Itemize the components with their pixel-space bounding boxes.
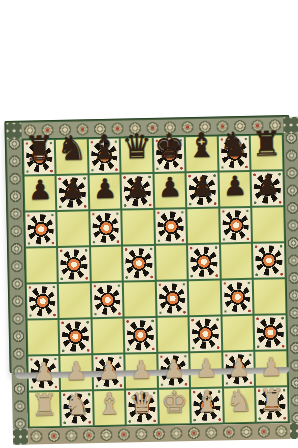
square-a3[interactable]	[28, 320, 59, 355]
square-a6[interactable]	[25, 212, 56, 247]
square-d2[interactable]: ♟	[126, 354, 157, 389]
piece-white-pawn[interactable]: ♟	[260, 354, 283, 379]
square-a7[interactable]: ♟	[25, 176, 56, 211]
board-frame: ♜♞♝♛♚♝♞♜♟♟♟♟♟♟♟♟♟♟♟♟♟♟♟♟♜♞♝♛♚♝♞♜	[6, 117, 292, 371]
square-a1[interactable]: ♜	[29, 392, 60, 427]
piece-white-knight[interactable]: ♞	[226, 386, 254, 417]
piece-white-knight[interactable]: ♞	[63, 389, 91, 420]
square-c1[interactable]: ♝	[94, 391, 125, 426]
mosaic-rosette-ornament	[222, 210, 249, 241]
piece-black-pawn[interactable]: ♟	[190, 172, 215, 200]
square-g6[interactable]	[220, 208, 251, 243]
piece-black-bishop[interactable]: ♝	[186, 128, 217, 163]
mosaic-rosette-ornament	[94, 285, 121, 316]
square-b7[interactable]: ♟	[57, 175, 88, 210]
square-b8[interactable]: ♞	[56, 139, 87, 174]
square-b4[interactable]	[59, 283, 90, 318]
square-h2[interactable]: ♟	[256, 351, 287, 386]
square-c6[interactable]	[90, 211, 121, 246]
mosaic-rosette-ornament	[257, 317, 284, 348]
square-f1[interactable]: ♝	[191, 389, 222, 424]
square-a2[interactable]: ♟	[28, 356, 59, 391]
mosaic-rosette-ornament	[127, 320, 154, 351]
square-c5[interactable]	[91, 247, 122, 282]
piece-white-pawn[interactable]: ♟	[195, 355, 218, 380]
product-photo-background: ♜♞♝♛♚♝♞♜♟♟♟♟♟♟♟♟♟♟♟♟♟♟♟♟♜♞♝♛♚♝♞♜	[0, 0, 298, 448]
square-g2[interactable]: ♟	[223, 352, 254, 387]
square-f6[interactable]	[188, 209, 219, 244]
square-a8[interactable]: ♜	[24, 140, 55, 175]
square-h3[interactable]	[255, 315, 286, 350]
piece-black-pawn[interactable]: ♟	[28, 176, 53, 204]
piece-white-pawn[interactable]: ♟	[32, 359, 55, 384]
square-c4[interactable]	[92, 283, 123, 318]
border-corner-bottom-left	[13, 429, 28, 445]
piece-black-pawn[interactable]: ♟	[60, 175, 85, 203]
mosaic-rosette-ornament	[255, 245, 282, 276]
square-g8[interactable]: ♞	[219, 136, 250, 171]
piece-white-queen[interactable]: ♛	[128, 388, 156, 419]
border-corner-top-left	[6, 123, 21, 139]
square-f7[interactable]: ♟	[187, 173, 218, 208]
square-e6[interactable]	[155, 209, 186, 244]
square-f5[interactable]	[188, 245, 219, 280]
square-e8[interactable]: ♚	[154, 137, 185, 172]
border-corner-bottom-right	[290, 423, 298, 439]
piece-black-pawn[interactable]: ♟	[93, 174, 118, 202]
mosaic-rosette-ornament	[126, 248, 153, 279]
piece-white-pawn[interactable]: ♟	[162, 356, 185, 381]
square-f2[interactable]: ♟	[191, 353, 222, 388]
square-e4[interactable]	[157, 281, 188, 316]
piece-black-knight[interactable]: ♞	[218, 127, 249, 162]
mosaic-rosette-ornament	[190, 247, 217, 278]
square-b2[interactable]: ♟	[61, 355, 92, 390]
square-h5[interactable]	[253, 243, 284, 278]
square-a4[interactable]	[27, 284, 58, 319]
piece-black-pawn[interactable]: ♟	[125, 173, 150, 201]
square-d5[interactable]	[124, 246, 155, 281]
square-g1[interactable]: ♞	[224, 388, 255, 423]
piece-white-pawn[interactable]: ♟	[97, 357, 120, 382]
square-c2[interactable]: ♟	[93, 355, 124, 390]
square-g4[interactable]	[222, 280, 253, 315]
piece-black-rook[interactable]: ♜	[24, 131, 55, 166]
border-corner-top-right	[283, 117, 298, 133]
piece-white-pawn[interactable]: ♟	[65, 358, 88, 383]
mosaic-rosette-ornament	[29, 286, 56, 317]
square-h7[interactable]: ♟	[252, 171, 283, 206]
piece-black-rook[interactable]: ♜	[251, 126, 282, 161]
square-d8[interactable]: ♛	[121, 138, 152, 173]
square-f3[interactable]	[190, 317, 221, 352]
mosaic-rosette-ornament	[157, 211, 184, 242]
piece-black-pawn[interactable]: ♟	[223, 171, 248, 199]
square-f8[interactable]: ♝	[186, 137, 217, 172]
square-c8[interactable]: ♝	[89, 139, 120, 174]
mosaic-rosette-ornament	[27, 214, 54, 245]
piece-white-bishop[interactable]: ♝	[193, 387, 221, 418]
square-g7[interactable]: ♟	[219, 172, 250, 207]
piece-white-bishop[interactable]: ♝	[96, 389, 124, 420]
mosaic-rosette-ornament	[61, 249, 88, 280]
square-e5[interactable]	[156, 245, 187, 280]
piece-white-pawn[interactable]: ♟	[130, 356, 153, 381]
square-d3[interactable]	[125, 318, 156, 353]
square-e1[interactable]: ♚	[159, 389, 190, 424]
square-d4[interactable]	[124, 282, 155, 317]
square-e2[interactable]: ♟	[158, 353, 189, 388]
square-c3[interactable]	[93, 319, 124, 354]
square-g3[interactable]	[222, 316, 253, 351]
square-d7[interactable]: ♟	[122, 174, 153, 209]
square-h8[interactable]: ♜	[251, 135, 282, 170]
mosaic-rosette-ornament	[159, 283, 186, 314]
square-e3[interactable]	[157, 317, 188, 352]
piece-black-knight[interactable]: ♞	[56, 130, 87, 165]
square-b1[interactable]: ♞	[62, 391, 93, 426]
squares-grid: ♜♞♝♛♚♝♞♜♟♟♟♟♟♟♟♟♟♟♟♟♟♟♟♟♜♞♝♛♚♝♞♜	[22, 133, 290, 428]
piece-black-bishop[interactable]: ♝	[89, 130, 120, 165]
square-b5[interactable]	[59, 247, 90, 282]
square-b3[interactable]	[60, 319, 91, 354]
square-b6[interactable]	[58, 211, 89, 246]
square-h4[interactable]	[254, 279, 285, 314]
piece-black-king[interactable]: ♚	[154, 128, 185, 163]
piece-white-pawn[interactable]: ♟	[227, 354, 250, 379]
square-a5[interactable]	[26, 248, 57, 283]
piece-black-pawn[interactable]: ♟	[158, 173, 183, 201]
square-d6[interactable]	[123, 210, 154, 245]
square-h1[interactable]: ♜	[256, 387, 287, 422]
piece-black-queen[interactable]: ♛	[121, 129, 152, 164]
square-d1[interactable]: ♛	[127, 390, 158, 425]
square-h6[interactable]	[253, 207, 284, 242]
piece-white-king[interactable]: ♚	[161, 387, 189, 418]
chessboard: ♜♞♝♛♚♝♞♜♟♟♟♟♟♟♟♟♟♟♟♟♟♟♟♟♜♞♝♛♚♝♞♜	[4, 115, 294, 373]
square-e7[interactable]: ♟	[154, 173, 185, 208]
mosaic-rosette-ornament	[62, 321, 89, 352]
piece-black-pawn[interactable]: ♟	[255, 171, 280, 199]
piece-white-rook[interactable]: ♜	[258, 385, 286, 416]
mosaic-rosette-ornament	[192, 319, 219, 350]
mosaic-rosette-ornament	[224, 282, 251, 313]
square-g5[interactable]	[221, 244, 252, 279]
piece-white-rook[interactable]: ♜	[31, 390, 59, 421]
mosaic-rosette-ornament	[92, 213, 119, 244]
square-f4[interactable]	[189, 281, 220, 316]
square-c7[interactable]: ♟	[90, 175, 121, 210]
